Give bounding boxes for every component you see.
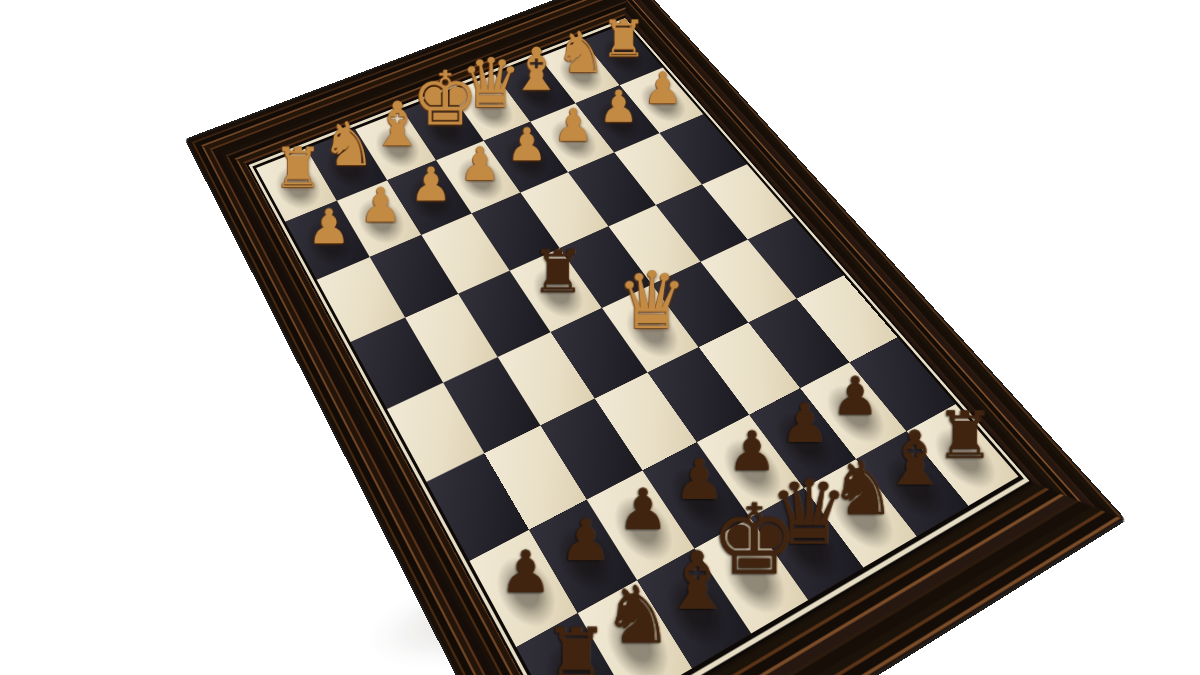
black-rook-glyph: ♜ <box>490 617 662 675</box>
white-queen-glyph: ♛ <box>581 261 723 340</box>
chess-board: ♜♞♝♚♛♝♞♜♟♟♟♟♟♟♟♟♜♛♟♟♟♟♟♟♟♜♞♝♚♛♞♝♜ <box>187 0 1123 675</box>
perspective-wrapper: ♜♞♝♚♛♝♞♜♟♟♟♟♟♟♟♟♜♛♟♟♟♟♟♟♟♜♞♝♚♛♞♝♜ <box>0 0 1200 675</box>
square-h8: ♜ <box>516 613 631 675</box>
product-photo-scene: ♜♞♝♚♛♝♞♜♟♟♟♟♟♟♟♟♜♛♟♟♟♟♟♟♟♜♞♝♚♛♞♝♜ <box>0 0 1200 675</box>
